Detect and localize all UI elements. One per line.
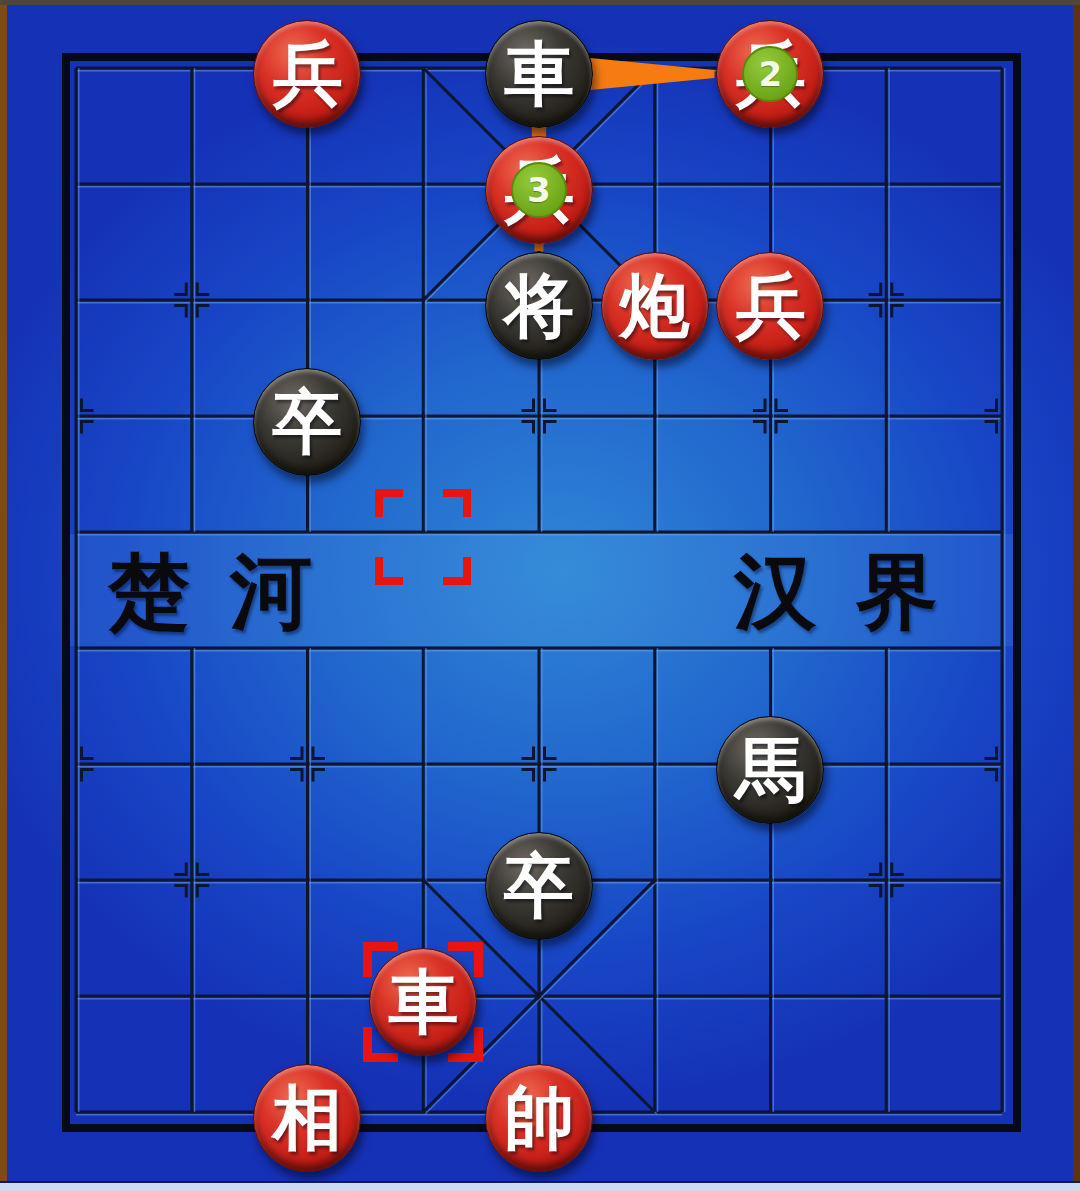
piece-glyph: 帥 <box>504 1083 574 1153</box>
board-point[interactable] <box>944 10 1060 126</box>
black-horse-piece[interactable]: 馬 <box>716 716 824 824</box>
board-point[interactable] <box>365 1054 481 1170</box>
board-point[interactable] <box>713 938 829 1054</box>
piece-glyph: 炮 <box>620 271 690 341</box>
red-pawn-piece[interactable]: 兵2 <box>716 20 824 128</box>
board-point[interactable] <box>365 126 481 242</box>
board-point[interactable] <box>597 590 713 706</box>
board-point[interactable] <box>18 822 134 938</box>
red-pawn-piece[interactable]: 兵 <box>253 20 361 128</box>
board-point[interactable]: 相 <box>250 1054 366 1170</box>
board-point[interactable]: 兵2 <box>713 10 829 126</box>
board-point[interactable] <box>134 474 250 590</box>
board-point[interactable] <box>18 938 134 1054</box>
piece-glyph: 相 <box>272 1083 342 1153</box>
red-general-piece[interactable]: 帥 <box>485 1064 593 1172</box>
board-point[interactable] <box>944 358 1060 474</box>
board-point[interactable] <box>365 474 481 590</box>
piece-glyph: 兵 <box>735 271 805 341</box>
board-point[interactable] <box>365 358 481 474</box>
piece-glyph: 車 <box>388 967 458 1037</box>
piece-glyph: 兵 <box>272 39 342 109</box>
black-pawn-piece[interactable]: 卒 <box>253 368 361 476</box>
board-point[interactable] <box>18 1054 134 1170</box>
red-chariot-piece[interactable]: 車 <box>369 948 477 1056</box>
black-general-piece[interactable]: 将 <box>485 252 593 360</box>
board-point[interactable] <box>828 938 944 1054</box>
board-point[interactable] <box>481 938 597 1054</box>
board-point[interactable] <box>250 706 366 822</box>
board-point[interactable]: 兵 <box>713 242 829 358</box>
board-point[interactable] <box>828 242 944 358</box>
red-cannon-piece[interactable]: 炮 <box>601 252 709 360</box>
board-point[interactable] <box>134 590 250 706</box>
board-point[interactable] <box>828 706 944 822</box>
board-point[interactable] <box>597 474 713 590</box>
board-point[interactable] <box>944 242 1060 358</box>
window-bottom-edge <box>0 1181 1080 1191</box>
board-point[interactable] <box>713 474 829 590</box>
board-point[interactable] <box>944 474 1060 590</box>
board-point[interactable] <box>944 822 1060 938</box>
board-point[interactable] <box>250 822 366 938</box>
hint-badge: 3 <box>511 162 567 218</box>
black-chariot-piece[interactable]: 車 <box>485 20 593 128</box>
piece-glyph: 卒 <box>504 851 574 921</box>
board-point[interactable] <box>250 242 366 358</box>
piece-glyph: 車 <box>504 39 574 109</box>
board-point[interactable] <box>18 706 134 822</box>
board-point[interactable] <box>250 590 366 706</box>
board-point[interactable]: 将 <box>481 242 597 358</box>
marker-corner <box>443 557 471 585</box>
board-point[interactable] <box>18 358 134 474</box>
board-point[interactable]: 兵 <box>250 10 366 126</box>
origin-point-marker <box>375 489 471 585</box>
board-point[interactable] <box>481 590 597 706</box>
board-point[interactable] <box>250 474 366 590</box>
board-point[interactable] <box>134 242 250 358</box>
board-point[interactable] <box>944 1054 1060 1170</box>
board-point[interactable] <box>18 242 134 358</box>
board-point[interactable] <box>828 590 944 706</box>
board-point[interactable] <box>365 822 481 938</box>
marker-corner <box>375 489 403 517</box>
board-point[interactable]: 帥 <box>481 1054 597 1170</box>
board-point[interactable] <box>597 822 713 938</box>
board-point[interactable] <box>18 126 134 242</box>
board-point[interactable] <box>828 474 944 590</box>
board-point[interactable]: 馬 <box>713 706 829 822</box>
board-point[interactable] <box>828 1054 944 1170</box>
board-point[interactable] <box>134 358 250 474</box>
board-point[interactable] <box>365 10 481 126</box>
board-point[interactable] <box>18 590 134 706</box>
board-point[interactable] <box>18 474 134 590</box>
board-point[interactable] <box>134 938 250 1054</box>
board-point[interactable] <box>597 1054 713 1170</box>
board-point[interactable] <box>134 126 250 242</box>
board-point[interactable] <box>597 10 713 126</box>
board-point[interactable] <box>944 706 1060 822</box>
board-point[interactable] <box>365 590 481 706</box>
board-point[interactable]: 車 <box>481 10 597 126</box>
board-point[interactable] <box>713 822 829 938</box>
red-elephant-piece[interactable]: 相 <box>253 1064 361 1172</box>
marker-corner <box>375 557 403 585</box>
red-pawn-piece[interactable]: 兵 <box>716 252 824 360</box>
board-point[interactable] <box>481 706 597 822</box>
board-point[interactable] <box>944 590 1060 706</box>
board-point[interactable] <box>250 938 366 1054</box>
board-point[interactable] <box>134 706 250 822</box>
board-point[interactable] <box>597 126 713 242</box>
board-point[interactable] <box>250 126 366 242</box>
board-point[interactable] <box>597 706 713 822</box>
board-point[interactable] <box>481 358 597 474</box>
board-point[interactable] <box>134 1054 250 1170</box>
black-pawn-piece[interactable]: 卒 <box>485 832 593 940</box>
marker-corner <box>443 489 471 517</box>
red-pawn-piece[interactable]: 兵3 <box>485 136 593 244</box>
board-point[interactable] <box>713 358 829 474</box>
xiangqi-board: 兵車兵2兵3将炮兵卒馬卒車相帥 <box>18 10 1060 1170</box>
board-point[interactable] <box>365 706 481 822</box>
board-point[interactable] <box>713 590 829 706</box>
board-point[interactable] <box>365 242 481 358</box>
board-point[interactable] <box>828 10 944 126</box>
board-point[interactable] <box>134 10 250 126</box>
board-point[interactable]: 車 <box>365 938 481 1054</box>
board-point[interactable] <box>713 126 829 242</box>
board-point[interactable]: 卒 <box>481 822 597 938</box>
board-point[interactable]: 卒 <box>250 358 366 474</box>
piece-glyph: 馬 <box>735 735 805 805</box>
board-point[interactable] <box>481 474 597 590</box>
board-point[interactable]: 兵3 <box>481 126 597 242</box>
piece-glyph: 将 <box>504 271 574 341</box>
board-point[interactable] <box>597 938 713 1054</box>
board-point[interactable]: 炮 <box>597 242 713 358</box>
piece-glyph: 卒 <box>272 387 342 457</box>
board-point[interactable] <box>713 1054 829 1170</box>
board-point[interactable] <box>134 822 250 938</box>
board-point[interactable] <box>18 10 134 126</box>
board-point[interactable] <box>597 358 713 474</box>
board-point[interactable] <box>944 938 1060 1054</box>
board-point[interactable] <box>828 822 944 938</box>
board-point[interactable] <box>828 126 944 242</box>
board-point[interactable] <box>944 126 1060 242</box>
hint-badge: 2 <box>742 46 798 102</box>
window-top-edge <box>0 0 1080 5</box>
board-point[interactable] <box>828 358 944 474</box>
